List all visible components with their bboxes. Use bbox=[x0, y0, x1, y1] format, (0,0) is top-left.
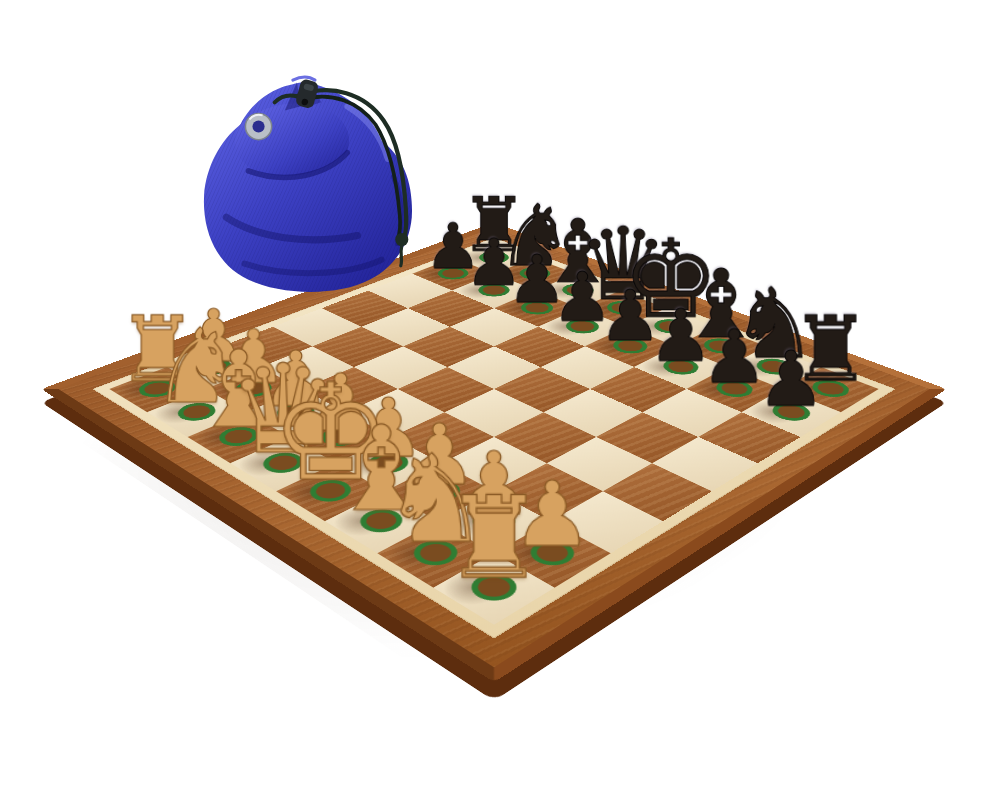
board-grid: ♜♞♝♛♚♝♞♜♟♟♟♟♟♟♟♟♟♟♟♟♟♟♟♟♜♞♝♛♚♝♞♜ bbox=[109, 243, 878, 625]
board-scene: ♜♞♝♛♚♝♞♜♟♟♟♟♟♟♟♟♟♟♟♟♟♟♟♟♜♞♝♛♚♝♞♜ bbox=[0, 0, 1000, 800]
square-h1[interactable]: ♜ bbox=[434, 553, 555, 625]
bag-grommet bbox=[245, 113, 271, 139]
square-h7[interactable]: ♟ bbox=[742, 389, 841, 437]
board-frame: ♜♞♝♛♚♝♞♜♟♟♟♟♟♟♟♟♟♟♟♟♟♟♟♟♜♞♝♛♚♝♞♜ bbox=[41, 222, 946, 682]
white-rook-glyph: ♜ bbox=[400, 481, 589, 594]
chess-board: ♜♞♝♛♚♝♞♜♟♟♟♟♟♟♟♟♟♟♟♟♟♟♟♟♜♞♝♛♚♝♞♜ bbox=[41, 222, 946, 682]
black-pawn-glyph: ♟ bbox=[714, 341, 869, 417]
product-photo: ♜♞♝♛♚♝♞♜♟♟♟♟♟♟♟♟♟♟♟♟♟♟♟♟♜♞♝♛♚♝♞♜ bbox=[0, 0, 1000, 800]
piece-bag bbox=[196, 66, 428, 298]
